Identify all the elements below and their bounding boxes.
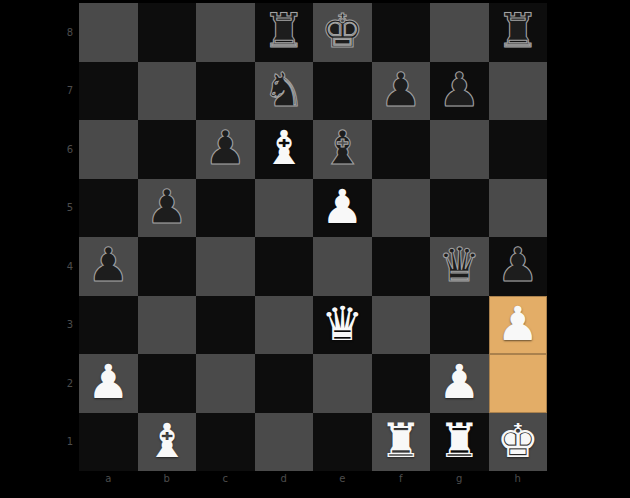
rank-label-4: 4 (0, 237, 75, 296)
file-label-a: a (79, 471, 138, 486)
square-h1[interactable]: ♚ (489, 413, 548, 472)
file-label-g: g (430, 471, 489, 486)
square-b5[interactable]: ♟ (138, 179, 197, 238)
square-c7[interactable] (196, 62, 255, 121)
rank-label-8: 8 (0, 3, 75, 62)
square-d6[interactable]: ♝ (255, 120, 314, 179)
file-label-e: e (313, 471, 372, 486)
square-d1[interactable] (255, 413, 314, 472)
piece-black-rook[interactable]: ♜ (263, 2, 305, 61)
piece-black-queen[interactable]: ♛ (438, 236, 480, 295)
square-f8[interactable] (372, 3, 431, 62)
chess-app-stage: ♜♚♜♞♟♟♟♝♝♟♟♟♛♟♛♟♟♟♝♜♜♚ 87654321 abcdefgh (0, 0, 630, 498)
square-b1[interactable]: ♝ (138, 413, 197, 472)
square-f5[interactable] (372, 179, 431, 238)
square-f6[interactable] (372, 120, 431, 179)
square-h8[interactable]: ♜ (489, 3, 548, 62)
rank-label-3: 3 (0, 296, 75, 355)
square-d8[interactable]: ♜ (255, 3, 314, 62)
square-c4[interactable] (196, 237, 255, 296)
square-e4[interactable] (313, 237, 372, 296)
piece-black-pawn[interactable]: ♟ (204, 119, 246, 178)
square-b6[interactable] (138, 120, 197, 179)
square-c8[interactable] (196, 3, 255, 62)
square-d7[interactable]: ♞ (255, 62, 314, 121)
square-h7[interactable] (489, 62, 548, 121)
square-f4[interactable] (372, 237, 431, 296)
square-c5[interactable] (196, 179, 255, 238)
square-g1[interactable]: ♜ (430, 413, 489, 472)
piece-white-rook[interactable]: ♜ (380, 412, 422, 471)
chess-board: ♜♚♜♞♟♟♟♝♝♟♟♟♛♟♛♟♟♟♝♜♜♚ (79, 3, 547, 471)
square-b7[interactable] (138, 62, 197, 121)
piece-black-pawn[interactable]: ♟ (146, 178, 188, 237)
square-f1[interactable]: ♜ (372, 413, 431, 472)
square-e5[interactable]: ♟ (313, 179, 372, 238)
piece-black-pawn[interactable]: ♟ (380, 61, 422, 120)
square-g5[interactable] (430, 179, 489, 238)
piece-black-knight[interactable]: ♞ (263, 61, 305, 120)
piece-black-king[interactable]: ♚ (321, 2, 363, 61)
square-b2[interactable] (138, 354, 197, 413)
square-e6[interactable]: ♝ (313, 120, 372, 179)
file-label-h: h (489, 471, 548, 486)
piece-white-queen[interactable]: ♛ (321, 295, 363, 354)
square-c1[interactable] (196, 413, 255, 472)
square-g2[interactable]: ♟ (430, 354, 489, 413)
piece-white-pawn[interactable]: ♟ (497, 295, 539, 354)
piece-black-pawn[interactable]: ♟ (87, 236, 129, 295)
square-a3[interactable] (79, 296, 138, 355)
square-f3[interactable] (372, 296, 431, 355)
rank-label-1: 1 (0, 413, 75, 472)
file-label-c: c (196, 471, 255, 486)
square-g4[interactable]: ♛ (430, 237, 489, 296)
piece-white-pawn[interactable]: ♟ (321, 178, 363, 237)
piece-white-rook[interactable]: ♜ (438, 412, 480, 471)
rank-label-7: 7 (0, 62, 75, 121)
piece-black-pawn[interactable]: ♟ (438, 61, 480, 120)
square-e7[interactable] (313, 62, 372, 121)
file-label-d: d (255, 471, 314, 486)
square-h2[interactable] (489, 354, 548, 413)
file-label-b: b (138, 471, 197, 486)
square-e3[interactable]: ♛ (313, 296, 372, 355)
square-g7[interactable]: ♟ (430, 62, 489, 121)
piece-white-king[interactable]: ♚ (497, 412, 539, 471)
square-c2[interactable] (196, 354, 255, 413)
square-h4[interactable]: ♟ (489, 237, 548, 296)
square-a7[interactable] (79, 62, 138, 121)
piece-white-pawn[interactable]: ♟ (438, 353, 480, 412)
square-a6[interactable] (79, 120, 138, 179)
square-b4[interactable] (138, 237, 197, 296)
square-a5[interactable] (79, 179, 138, 238)
square-g6[interactable] (430, 120, 489, 179)
square-g3[interactable] (430, 296, 489, 355)
square-a1[interactable] (79, 413, 138, 472)
square-h6[interactable] (489, 120, 548, 179)
square-e2[interactable] (313, 354, 372, 413)
rank-label-2: 2 (0, 354, 75, 413)
square-e1[interactable] (313, 413, 372, 472)
square-e8[interactable]: ♚ (313, 3, 372, 62)
square-b8[interactable] (138, 3, 197, 62)
square-d5[interactable] (255, 179, 314, 238)
square-f7[interactable]: ♟ (372, 62, 431, 121)
square-h5[interactable] (489, 179, 548, 238)
piece-white-bishop[interactable]: ♝ (146, 412, 188, 471)
piece-black-bishop[interactable]: ♝ (321, 119, 363, 178)
rank-label-5: 5 (0, 179, 75, 238)
square-a4[interactable]: ♟ (79, 237, 138, 296)
square-d2[interactable] (255, 354, 314, 413)
square-b3[interactable] (138, 296, 197, 355)
square-f2[interactable] (372, 354, 431, 413)
square-d4[interactable] (255, 237, 314, 296)
piece-black-pawn[interactable]: ♟ (497, 236, 539, 295)
square-g8[interactable] (430, 3, 489, 62)
square-h3[interactable]: ♟ (489, 296, 548, 355)
square-c6[interactable]: ♟ (196, 120, 255, 179)
square-d3[interactable] (255, 296, 314, 355)
square-c3[interactable] (196, 296, 255, 355)
piece-black-rook[interactable]: ♜ (497, 2, 539, 61)
square-a8[interactable] (79, 3, 138, 62)
piece-white-pawn[interactable]: ♟ (87, 353, 129, 412)
piece-white-bishop[interactable]: ♝ (263, 119, 305, 178)
file-label-f: f (372, 471, 431, 486)
rank-label-6: 6 (0, 120, 75, 179)
square-a2[interactable]: ♟ (79, 354, 138, 413)
